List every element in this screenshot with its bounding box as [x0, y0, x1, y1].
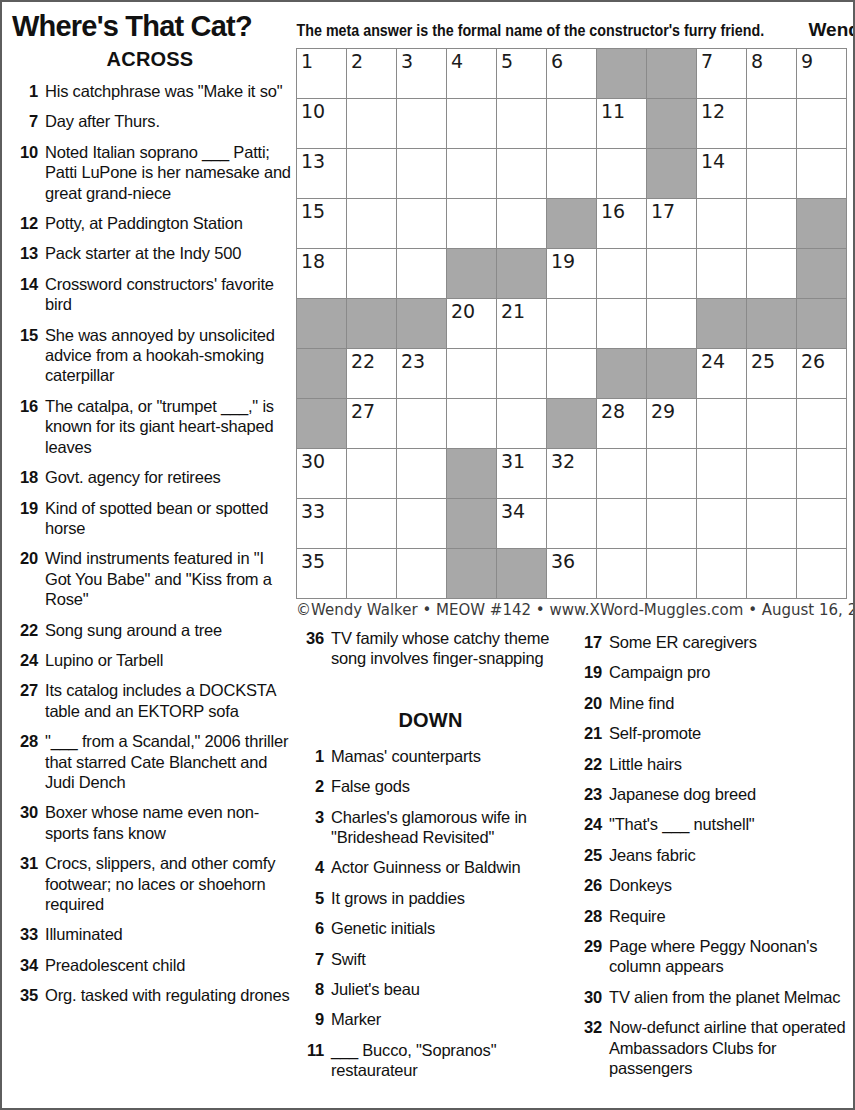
- black-cell: [497, 549, 546, 598]
- across-clue-35: 35Org. tasked with regulating drones: [8, 985, 292, 1005]
- clue-text: Swift: [331, 949, 567, 969]
- down-clue-19: 19Campaign pro: [572, 662, 853, 682]
- cell-number: 11: [601, 99, 625, 123]
- grid-cell[interactable]: [397, 449, 446, 498]
- grid-cell[interactable]: [547, 349, 596, 398]
- grid-cell[interactable]: 1: [297, 49, 346, 98]
- grid-cell[interactable]: [747, 449, 796, 498]
- clue-number: 26: [572, 875, 609, 895]
- clue-text: TV alien from the planet Melmac: [609, 987, 853, 1007]
- grid-cell[interactable]: 10: [297, 99, 346, 148]
- clue-number: 22: [8, 620, 45, 640]
- grid-cell[interactable]: [747, 499, 796, 548]
- grid-cell[interactable]: [747, 549, 796, 598]
- down-clue-column: 17Some ER caregivers19Campaign pro20Mine…: [572, 632, 853, 1089]
- down-clue-20: 20Mine find: [572, 693, 853, 713]
- grid-cell[interactable]: [797, 499, 846, 548]
- grid-cell[interactable]: 23: [397, 349, 446, 398]
- clue-number: 12: [8, 213, 45, 233]
- cell-number: 33: [301, 499, 325, 523]
- grid-cell[interactable]: 11: [597, 99, 646, 148]
- down-clue-1: 1Mamas' counterparts: [294, 746, 567, 766]
- grid-cell[interactable]: [747, 399, 796, 448]
- cell-number: 30: [301, 449, 325, 473]
- clue-number: 2: [294, 776, 331, 796]
- clue-number: 20: [572, 693, 609, 713]
- cell-number: 19: [551, 249, 575, 273]
- black-cell: [397, 299, 446, 348]
- clue-number: 4: [294, 857, 331, 877]
- black-cell: [597, 349, 646, 398]
- black-cell: [497, 249, 546, 298]
- across-clue-27: 27Its catalog includes a DOCKSTA table a…: [8, 680, 292, 721]
- clue-number: 6: [294, 918, 331, 938]
- grid-cell[interactable]: 36: [547, 549, 596, 598]
- down-clue-23: 23Japanese dog breed: [572, 784, 853, 804]
- cell-number: 5: [501, 49, 513, 73]
- across-clue-13: 13Pack starter at the Indy 500: [8, 243, 292, 263]
- grid-cell[interactable]: [797, 149, 846, 198]
- cell-number: 27: [351, 399, 375, 423]
- clue-number: 28: [572, 906, 609, 926]
- clue-number: 5: [294, 888, 331, 908]
- clue-text: Crocs, slippers, and other comfy footwea…: [45, 853, 292, 914]
- clue-number: 9: [294, 1009, 331, 1029]
- clue-number: 3: [294, 807, 331, 848]
- grid-cell[interactable]: [597, 249, 646, 298]
- cell-number: 9: [801, 49, 813, 73]
- grid-cell[interactable]: [597, 149, 646, 198]
- grid-cell[interactable]: [397, 249, 446, 298]
- clue-text: Now-defunct airline that operated Ambass…: [609, 1017, 853, 1078]
- grid-cell[interactable]: 15: [297, 199, 346, 248]
- grid-cell[interactable]: 19: [547, 249, 596, 298]
- black-cell: [647, 349, 696, 398]
- clue-number: 31: [8, 853, 45, 914]
- clue-number: 16: [8, 396, 45, 457]
- clue-text: Donkeys: [609, 875, 853, 895]
- across-clue-31: 31Crocs, slippers, and other comfy footw…: [8, 853, 292, 914]
- grid-cell[interactable]: 30: [297, 449, 346, 498]
- grid-cell[interactable]: [697, 549, 746, 598]
- across-clue-33: 33Illuminated: [8, 924, 292, 944]
- grid-cell[interactable]: [347, 549, 396, 598]
- grid-cell[interactable]: 20: [447, 299, 496, 348]
- clue-number: 13: [8, 243, 45, 263]
- clue-number: 10: [8, 142, 45, 203]
- across-clue-14: 14Crossword constructors' favorite bird: [8, 274, 292, 315]
- cell-number: 6: [551, 49, 563, 73]
- grid-cell[interactable]: [597, 449, 646, 498]
- down-clue-8: 8Juliet's beau: [294, 979, 567, 999]
- grid-cell[interactable]: [547, 499, 596, 548]
- cell-number: 13: [301, 149, 325, 173]
- clue-number: 24: [572, 814, 609, 834]
- clue-number: 27: [8, 680, 45, 721]
- clue-number: 1: [8, 81, 45, 101]
- grid-cell[interactable]: [497, 199, 546, 248]
- down-clue-7: 7Swift: [294, 949, 567, 969]
- clue-number: 20: [8, 548, 45, 609]
- clue-text: "That's ___ nutshell": [609, 814, 853, 834]
- black-cell: [297, 399, 346, 448]
- grid-cell[interactable]: 13: [297, 149, 346, 198]
- grid-cell[interactable]: [497, 149, 546, 198]
- grid-cell[interactable]: 17: [647, 199, 696, 248]
- black-cell: [347, 299, 396, 348]
- crossword-grid: 1234567891011121314151617181920212223242…: [296, 48, 847, 599]
- down-clue-28: 28Require: [572, 906, 853, 926]
- clue-number: 32: [572, 1017, 609, 1078]
- cell-number: 8: [751, 49, 763, 73]
- clue-number: 29: [572, 936, 609, 977]
- grid-cell[interactable]: [747, 249, 796, 298]
- grid-cell[interactable]: 2: [347, 49, 396, 98]
- down-clue-3: 3Charles's glamorous wife in "Brideshead…: [294, 807, 567, 848]
- grid-cell[interactable]: 7: [697, 49, 746, 98]
- down-clue-11: 11___ Bucco, "Sopranos" restaurateur: [294, 1040, 567, 1081]
- grid-cell[interactable]: [347, 249, 396, 298]
- down-clue-30: 30TV alien from the planet Melmac: [572, 987, 853, 1007]
- grid-cell[interactable]: [447, 149, 496, 198]
- grid-cell[interactable]: [447, 199, 496, 248]
- grid-cell[interactable]: 5: [497, 49, 546, 98]
- grid-cell[interactable]: 24: [697, 349, 746, 398]
- down-clue-2: 2False gods: [294, 776, 567, 796]
- clue-text: Illuminated: [45, 924, 292, 944]
- down-clue-29: 29Page where Peggy Noonan's column appea…: [572, 936, 853, 977]
- clue-number: 24: [8, 650, 45, 670]
- cell-number: 26: [801, 349, 825, 373]
- grid-cell[interactable]: 16: [597, 199, 646, 248]
- grid-cell[interactable]: [397, 399, 446, 448]
- copyright-line: ©Wendy Walker • MEOW #142 • www.XWord-Mu…: [296, 601, 848, 619]
- across-clue-30: 30Boxer whose name even non-sports fans …: [8, 802, 292, 843]
- black-cell: [647, 149, 696, 198]
- across-clue-1: 1His catchphrase was "Make it so": [8, 81, 292, 101]
- clue-text: Mamas' counterparts: [331, 746, 567, 766]
- down-clues-first: 1Mamas' counterparts2False gods3Charles'…: [294, 746, 567, 1081]
- grid-cell[interactable]: 34: [497, 499, 546, 548]
- clue-text: Noted Italian soprano ___ Patti; Patti L…: [45, 142, 292, 203]
- grid-cell[interactable]: [647, 449, 696, 498]
- clue-text: Some ER caregivers: [609, 632, 853, 652]
- cell-number: 32: [551, 449, 575, 473]
- down-clue-25: 25Jeans fabric: [572, 845, 853, 865]
- grid-cell[interactable]: [747, 99, 796, 148]
- clue-text: His catchphrase was "Make it so": [45, 81, 292, 101]
- black-cell: [547, 399, 596, 448]
- grid-cell[interactable]: [697, 499, 746, 548]
- cell-number: 16: [601, 199, 625, 223]
- cell-number: 7: [701, 49, 713, 73]
- clue-number: 14: [8, 274, 45, 315]
- grid-cell[interactable]: [747, 199, 796, 248]
- clue-text: Campaign pro: [609, 662, 853, 682]
- black-cell: [447, 449, 496, 498]
- grid-cell[interactable]: [697, 399, 746, 448]
- puzzle-page: Where's That Cat? The meta answer is the…: [0, 0, 855, 1110]
- cell-number: 25: [751, 349, 775, 373]
- puzzle-title: Where's That Cat?: [12, 10, 252, 43]
- black-cell: [797, 299, 846, 348]
- grid-cell[interactable]: [597, 549, 646, 598]
- across-clue-20: 20Wind instruments featured in "I Got Yo…: [8, 548, 292, 609]
- black-cell: [797, 199, 846, 248]
- grid-cell[interactable]: 35: [297, 549, 346, 598]
- clue-text: Charles's glamorous wife in "Brideshead …: [331, 807, 567, 848]
- down-clue-6: 6Genetic initials: [294, 918, 567, 938]
- clue-text: False gods: [331, 776, 567, 796]
- grid-cell[interactable]: [347, 499, 396, 548]
- across-clue-15: 15She was annoyed by unsolicited advice …: [8, 325, 292, 386]
- middle-clue-column: 36TV family whose catchy theme song invo…: [294, 628, 567, 1091]
- grid-cell[interactable]: [447, 99, 496, 148]
- grid-cell[interactable]: [497, 399, 546, 448]
- grid-cell[interactable]: 6: [547, 49, 596, 98]
- cell-number: 4: [451, 49, 463, 73]
- across-clue-16: 16The catalpa, or "trumpet ___," is know…: [8, 396, 292, 457]
- clue-text: Boxer whose name even non-sports fans kn…: [45, 802, 292, 843]
- clue-number: 23: [572, 784, 609, 804]
- grid-cell[interactable]: [397, 99, 446, 148]
- clue-number: 19: [572, 662, 609, 682]
- grid-cell[interactable]: 26: [797, 349, 846, 398]
- grid-cell[interactable]: [347, 449, 396, 498]
- grid-cell[interactable]: [347, 149, 396, 198]
- down-clue-21: 21Self-promote: [572, 723, 853, 743]
- clue-number: 30: [8, 802, 45, 843]
- down-clues-second: 17Some ER caregivers19Campaign pro20Mine…: [572, 632, 853, 1079]
- down-clue-32: 32Now-defunct airline that operated Amba…: [572, 1017, 853, 1078]
- grid-cell[interactable]: 33: [297, 499, 346, 548]
- grid-cell[interactable]: [797, 99, 846, 148]
- down-clue-17: 17Some ER caregivers: [572, 632, 853, 652]
- grid-cell[interactable]: [797, 549, 846, 598]
- across-clue-28: 28"___ from a Scandal," 2006 thriller th…: [8, 731, 292, 792]
- cell-number: 20: [451, 299, 475, 323]
- clue-text: Pack starter at the Indy 500: [45, 243, 292, 263]
- across-clue-24: 24Lupino or Tarbell: [8, 650, 292, 670]
- black-cell: [447, 249, 496, 298]
- clue-text: Song sung around a tree: [45, 620, 292, 640]
- clue-text: "___ from a Scandal," 2006 thriller that…: [45, 731, 292, 792]
- grid-cell[interactable]: 14: [697, 149, 746, 198]
- across-clue-10: 10Noted Italian soprano ___ Patti; Patti…: [8, 142, 292, 203]
- cell-number: 34: [501, 499, 525, 523]
- grid-cell[interactable]: [397, 499, 446, 548]
- grid-cell[interactable]: 22: [347, 349, 396, 398]
- cell-number: 31: [501, 449, 525, 473]
- clue-number: 17: [572, 632, 609, 652]
- grid-cell[interactable]: [797, 449, 846, 498]
- clue-text: Kind of spotted bean or spotted horse: [45, 498, 292, 539]
- grid-cell[interactable]: 21: [497, 299, 546, 348]
- grid-cell[interactable]: [547, 99, 596, 148]
- grid-cell[interactable]: [597, 299, 646, 348]
- grid-cell[interactable]: [397, 149, 446, 198]
- down-clue-22: 22Little hairs: [572, 754, 853, 774]
- cell-number: 14: [701, 149, 725, 173]
- clue-text: Little hairs: [609, 754, 853, 774]
- black-cell: [647, 99, 696, 148]
- cell-number: 29: [651, 399, 675, 423]
- clue-number: 18: [8, 467, 45, 487]
- black-cell: [647, 49, 696, 98]
- clue-text: Crossword constructors' favorite bird: [45, 274, 292, 315]
- across-clue-36: 36TV family whose catchy theme song invo…: [294, 628, 567, 669]
- cell-number: 1: [301, 49, 313, 73]
- clue-number: 11: [294, 1040, 331, 1081]
- cell-number: 2: [351, 49, 363, 73]
- clue-text: TV family whose catchy theme song involv…: [331, 628, 567, 669]
- across-clue-12: 12Potty, at Paddington Station: [8, 213, 292, 233]
- black-cell: [797, 249, 846, 298]
- clue-text: She was annoyed by unsolicited advice fr…: [45, 325, 292, 386]
- cell-number: 3: [401, 49, 413, 73]
- down-clue-4: 4Actor Guinness or Baldwin: [294, 857, 567, 877]
- clue-text: Self-promote: [609, 723, 853, 743]
- clue-text: Day after Thurs.: [45, 111, 292, 131]
- grid-cell[interactable]: 32: [547, 449, 596, 498]
- across-clue-34: 34Preadolescent child: [8, 955, 292, 975]
- grid-cell[interactable]: [697, 249, 746, 298]
- cell-number: 24: [701, 349, 725, 373]
- clue-number: 25: [572, 845, 609, 865]
- across-clue-18: 18Govt. agency for retirees: [8, 467, 292, 487]
- cell-number: 15: [301, 199, 325, 223]
- down-heading: DOWN: [294, 709, 567, 732]
- cell-number: 12: [701, 99, 725, 123]
- clue-number: 28: [8, 731, 45, 792]
- across-heading: ACROSS: [8, 48, 292, 71]
- grid-cell[interactable]: 9: [797, 49, 846, 98]
- clue-text: Marker: [331, 1009, 567, 1029]
- across-clues-main: 1His catchphrase was "Make it so"7Day af…: [8, 81, 292, 1006]
- across-clue-22: 22Song sung around a tree: [8, 620, 292, 640]
- black-cell: [747, 299, 796, 348]
- cell-number: 23: [401, 349, 425, 373]
- grid-cell[interactable]: 12: [697, 99, 746, 148]
- grid-cell[interactable]: [397, 199, 446, 248]
- clue-number: 15: [8, 325, 45, 386]
- grid-cell[interactable]: 4: [447, 49, 496, 98]
- grid-cell[interactable]: 28: [597, 399, 646, 448]
- grid-cell[interactable]: [647, 499, 696, 548]
- clue-text: Juliet's beau: [331, 979, 567, 999]
- constructor-byline: Wendy Walker: [809, 19, 855, 41]
- across-clue-19: 19Kind of spotted bean or spotted horse: [8, 498, 292, 539]
- grid-cell[interactable]: [697, 199, 746, 248]
- black-cell: [297, 349, 346, 398]
- grid-cell[interactable]: [497, 349, 546, 398]
- grid-cell[interactable]: [447, 349, 496, 398]
- clue-text: Govt. agency for retirees: [45, 467, 292, 487]
- clue-number: 7: [294, 949, 331, 969]
- cell-number: 10: [301, 99, 325, 123]
- clue-text: Require: [609, 906, 853, 926]
- grid-cell[interactable]: [547, 299, 596, 348]
- grid-cell[interactable]: [447, 399, 496, 448]
- grid-cell[interactable]: 31: [497, 449, 546, 498]
- black-cell: [447, 549, 496, 598]
- down-clue-9: 9Marker: [294, 1009, 567, 1029]
- grid-cell[interactable]: 25: [747, 349, 796, 398]
- cell-number: 35: [301, 549, 325, 573]
- clue-text: Wind instruments featured in "I Got You …: [45, 548, 292, 609]
- clue-number: 30: [572, 987, 609, 1007]
- clue-number: 19: [8, 498, 45, 539]
- grid-cell[interactable]: 8: [747, 49, 796, 98]
- grid-cell[interactable]: [597, 499, 646, 548]
- clue-text: ___ Bucco, "Sopranos" restaurateur: [331, 1040, 567, 1081]
- grid-cell[interactable]: [647, 249, 696, 298]
- grid-cell[interactable]: [497, 99, 546, 148]
- clue-number: 1: [294, 746, 331, 766]
- clue-text: Lupino or Tarbell: [45, 650, 292, 670]
- cell-number: 22: [351, 349, 375, 373]
- meta-note: The meta answer is the formal name of th…: [296, 21, 764, 41]
- clue-text: Potty, at Paddington Station: [45, 213, 292, 233]
- clue-text: The catalpa, or "trumpet ___," is known …: [45, 396, 292, 457]
- grid-cell[interactable]: 18: [297, 249, 346, 298]
- clue-number: 21: [572, 723, 609, 743]
- grid-cell[interactable]: 29: [647, 399, 696, 448]
- across-clue-7: 7Day after Thurs.: [8, 111, 292, 131]
- down-clue-26: 26Donkeys: [572, 875, 853, 895]
- grid-cell[interactable]: [347, 199, 396, 248]
- clue-text: Actor Guinness or Baldwin: [331, 857, 567, 877]
- grid-cell[interactable]: [647, 299, 696, 348]
- clue-text: Jeans fabric: [609, 845, 853, 865]
- black-cell: [697, 299, 746, 348]
- header: Where's That Cat? The meta answer is the…: [12, 10, 845, 43]
- black-cell: [447, 499, 496, 548]
- grid-cell[interactable]: [547, 149, 596, 198]
- clue-text: Japanese dog breed: [609, 784, 853, 804]
- across-clues-overflow: 36TV family whose catchy theme song invo…: [294, 628, 567, 669]
- grid-cell[interactable]: 3: [397, 49, 446, 98]
- cell-number: 28: [601, 399, 625, 423]
- clue-text: Genetic initials: [331, 918, 567, 938]
- cell-number: 17: [651, 199, 675, 223]
- grid-cell[interactable]: 27: [347, 399, 396, 448]
- grid-cell[interactable]: [347, 99, 396, 148]
- clue-number: 7: [8, 111, 45, 131]
- clue-number: 8: [294, 979, 331, 999]
- cell-number: 18: [301, 249, 325, 273]
- clue-number: 34: [8, 955, 45, 975]
- cell-number: 21: [501, 299, 525, 323]
- clue-text: Preadolescent child: [45, 955, 292, 975]
- across-clue-column: ACROSS 1His catchphrase was "Make it so"…: [8, 48, 292, 1016]
- grid-cell[interactable]: [647, 549, 696, 598]
- clue-text: It grows in paddies: [331, 888, 567, 908]
- black-cell: [547, 199, 596, 248]
- clue-text: Org. tasked with regulating drones: [45, 985, 292, 1005]
- grid-cell[interactable]: [697, 449, 746, 498]
- clue-number: 36: [294, 628, 331, 669]
- clue-number: 35: [8, 985, 45, 1005]
- grid-cell[interactable]: [397, 549, 446, 598]
- clue-number: 33: [8, 924, 45, 944]
- grid-cell[interactable]: [747, 149, 796, 198]
- clue-text: Its catalog includes a DOCKSTA table and…: [45, 680, 292, 721]
- cell-number: 36: [551, 549, 575, 573]
- clue-text: Mine find: [609, 693, 853, 713]
- grid-cell[interactable]: [797, 399, 846, 448]
- black-cell: [597, 49, 646, 98]
